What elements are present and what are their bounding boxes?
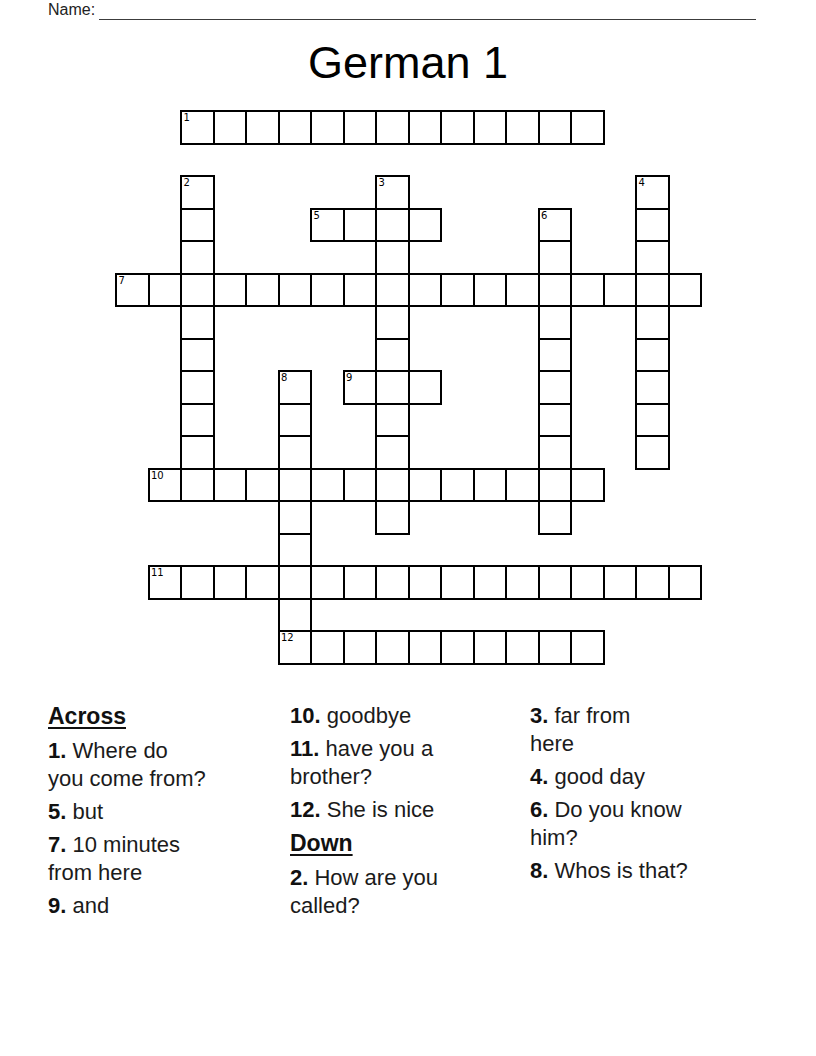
- clue-column-3: 3. far fromhere4. good day6. Do you know…: [530, 702, 788, 925]
- grid-cell-r4c16[interactable]: [635, 240, 670, 275]
- grid-cell-r7c16[interactable]: [635, 338, 670, 373]
- grid-cell-r14c3[interactable]: [213, 565, 248, 600]
- grid-cell-r5c10[interactable]: [440, 273, 475, 308]
- grid-cell-r14c12[interactable]: [505, 565, 540, 600]
- grid-cell-r3c2[interactable]: [180, 208, 215, 243]
- grid-cell-r8c8[interactable]: [375, 370, 410, 405]
- grid-cell-r5c11[interactable]: [473, 273, 508, 308]
- clue-line: 7. 10 minutes: [48, 831, 290, 859]
- grid-cell-r13c5[interactable]: [278, 533, 313, 568]
- grid-cell-r0c12[interactable]: [505, 110, 540, 145]
- clue-item-5: 5. but: [48, 798, 290, 826]
- grid-cell-r5c4[interactable]: [245, 273, 280, 308]
- grid-cell-r11c11[interactable]: [473, 468, 508, 503]
- grid-cell-r11c3[interactable]: [213, 468, 248, 503]
- clue-number-label: 11.: [290, 736, 319, 761]
- grid-number-8: 8: [281, 373, 287, 383]
- grid-cell-r9c8[interactable]: [375, 403, 410, 438]
- clue-number-label: 4.: [530, 764, 548, 789]
- grid-cell-r14c9[interactable]: [408, 565, 443, 600]
- grid-cell-r14c17[interactable]: [668, 565, 703, 600]
- clue-column-2: 10. goodbye11. have you abrother?12. She…: [290, 702, 530, 925]
- grid-cell-r6c2[interactable]: [180, 305, 215, 340]
- grid-cell-r14c8[interactable]: [375, 565, 410, 600]
- grid-cell-r5c1[interactable]: [148, 273, 183, 308]
- clue-item-4: 4. good day: [530, 763, 788, 791]
- clue-number-label: 12.: [290, 797, 321, 822]
- grid-cell-r0c11[interactable]: [473, 110, 508, 145]
- grid-cell-r9c2[interactable]: [180, 403, 215, 438]
- grid-cell-r5c16[interactable]: [635, 273, 670, 308]
- clue-item-11: 11. have you abrother?: [290, 735, 530, 791]
- grid-cell-r8c2[interactable]: [180, 370, 215, 405]
- clues-header-down: Down: [290, 829, 530, 858]
- grid-cell-r12c8[interactable]: [375, 500, 410, 535]
- grid-cell-r14c6[interactable]: [310, 565, 345, 600]
- grid-cell-r16c10[interactable]: [440, 630, 475, 665]
- clue-item-12: 12. She is nice: [290, 796, 530, 824]
- grid-cell-r7c13[interactable]: [538, 338, 573, 373]
- clue-item-9: 9. and: [48, 892, 290, 920]
- grid-cell-r14c4[interactable]: [245, 565, 280, 600]
- grid-cell-r16c14[interactable]: [570, 630, 605, 665]
- grid-number-5: 5: [314, 211, 320, 221]
- grid-cell-r9c5[interactable]: [278, 403, 313, 438]
- clue-line: 9. and: [48, 892, 290, 920]
- clue-line: 4. good day: [530, 763, 788, 791]
- grid-cell-r11c12[interactable]: [505, 468, 540, 503]
- grid-cell-r7c8[interactable]: [375, 338, 410, 373]
- clue-line: 3. far from: [530, 702, 788, 730]
- clue-item-10: 10. goodbye: [290, 702, 530, 730]
- clue-item-2: 2. How are youcalled?: [290, 864, 530, 920]
- grid-cell-r3c16[interactable]: [635, 208, 670, 243]
- grid-cell-r8c13[interactable]: [538, 370, 573, 405]
- clue-line: called?: [290, 892, 530, 920]
- grid-cell-r14c16[interactable]: [635, 565, 670, 600]
- clue-number-label: 5.: [48, 799, 66, 824]
- grid-cell-r0c10[interactable]: [440, 110, 475, 145]
- grid-number-10: 10: [151, 471, 164, 481]
- grid-cell-r16c9[interactable]: [408, 630, 443, 665]
- clue-item-8: 8. Whos is that?: [530, 857, 788, 885]
- grid-number-7: 7: [119, 276, 125, 286]
- grid-cell-r9c13[interactable]: [538, 403, 573, 438]
- grid-cell-r10c16[interactable]: [635, 435, 670, 470]
- grid-cell-r0c3[interactable]: [213, 110, 248, 145]
- clue-line: 2. How are you: [290, 864, 530, 892]
- clue-item-7: 7. 10 minutesfrom here: [48, 831, 290, 887]
- clue-number-label: 3.: [530, 703, 548, 728]
- grid-cell-r0c7[interactable]: [343, 110, 378, 145]
- grid-cell-r11c8[interactable]: [375, 468, 410, 503]
- clues-section: Across1. Where doyou come from?5. but7. …: [48, 702, 788, 925]
- grid-cell-r5c2[interactable]: [180, 273, 215, 308]
- clue-column-1: Across1. Where doyou come from?5. but7. …: [48, 702, 290, 925]
- grid-number-9: 9: [346, 373, 352, 383]
- grid-cell-r11c10[interactable]: [440, 468, 475, 503]
- grid-cell-r0c8[interactable]: [375, 110, 410, 145]
- grid-cell-r16c7[interactable]: [343, 630, 378, 665]
- grid-cell-r4c8[interactable]: [375, 240, 410, 275]
- grid-cell-r5c13[interactable]: [538, 273, 573, 308]
- worksheet-page: Name: German 1 123456789101112 Across1. …: [0, 0, 816, 1056]
- grid-number-2: 2: [184, 178, 190, 188]
- grid-cell-r6c13[interactable]: [538, 305, 573, 340]
- grid-number-1: 1: [184, 113, 190, 123]
- grid-cell-r5c6[interactable]: [310, 273, 345, 308]
- clue-line: 8. Whos is that?: [530, 857, 788, 885]
- grid-cell-r12c13[interactable]: [538, 500, 573, 535]
- clue-item-6: 6. Do you knowhim?: [530, 796, 788, 852]
- grid-cell-r16c6[interactable]: [310, 630, 345, 665]
- grid-cell-r5c17[interactable]: [668, 273, 703, 308]
- grid-number-12: 12: [281, 633, 294, 643]
- grid-cell-r0c13[interactable]: [538, 110, 573, 145]
- clue-number-label: 7.: [48, 832, 66, 857]
- grid-cell-r14c11[interactable]: [473, 565, 508, 600]
- grid-cell-r11c4[interactable]: [245, 468, 280, 503]
- grid-cell-r0c6[interactable]: [310, 110, 345, 145]
- clue-number-label: 1.: [48, 738, 66, 763]
- grid-cell-r3c8[interactable]: [375, 208, 410, 243]
- grid-cell-r10c2[interactable]: [180, 435, 215, 470]
- grid-number-4: 4: [639, 178, 645, 188]
- clue-item-1: 1. Where doyou come from?: [48, 737, 290, 793]
- clue-number-label: 6.: [530, 797, 548, 822]
- grid-cell-r5c14[interactable]: [570, 273, 605, 308]
- grid-cell-r0c14[interactable]: [570, 110, 605, 145]
- clue-number-label: 8.: [530, 858, 548, 883]
- grid-cell-r14c5[interactable]: [278, 565, 313, 600]
- grid-cell-r11c2[interactable]: [180, 468, 215, 503]
- clue-line: from here: [48, 859, 290, 887]
- grid-cell-r12c5[interactable]: [278, 500, 313, 535]
- grid-cell-r9c16[interactable]: [635, 403, 670, 438]
- grid-cell-r16c11[interactable]: [473, 630, 508, 665]
- grid-cell-r14c7[interactable]: [343, 565, 378, 600]
- grid-number-11: 11: [151, 568, 164, 578]
- grid-cell-r11c9[interactable]: [408, 468, 443, 503]
- grid-cell-r0c4[interactable]: [245, 110, 280, 145]
- clue-line: you come from?: [48, 765, 290, 793]
- grid-number-6: 6: [541, 211, 547, 221]
- grid-cell-r5c15[interactable]: [603, 273, 638, 308]
- grid-cell-r10c13[interactable]: [538, 435, 573, 470]
- clue-line: 6. Do you know: [530, 796, 788, 824]
- clue-item-3: 3. far fromhere: [530, 702, 788, 758]
- grid-cell-r14c15[interactable]: [603, 565, 638, 600]
- grid-cell-r0c9[interactable]: [408, 110, 443, 145]
- name-label: Name:: [48, 1, 95, 19]
- clue-line: 11. have you a: [290, 735, 530, 763]
- clue-line: 1. Where do: [48, 737, 290, 765]
- grid-cell-r4c13[interactable]: [538, 240, 573, 275]
- clue-line: 10. goodbye: [290, 702, 530, 730]
- grid-cell-r11c14[interactable]: [570, 468, 605, 503]
- clues-header-across: Across: [48, 702, 290, 731]
- grid-cell-r16c13[interactable]: [538, 630, 573, 665]
- clue-line: brother?: [290, 763, 530, 791]
- grid-cell-r11c7[interactable]: [343, 468, 378, 503]
- clue-number-label: 9.: [48, 893, 66, 918]
- grid-cell-r15c5[interactable]: [278, 598, 313, 633]
- grid-cell-r14c2[interactable]: [180, 565, 215, 600]
- grid-cell-r5c3[interactable]: [213, 273, 248, 308]
- grid-cell-r7c2[interactable]: [180, 338, 215, 373]
- grid-cell-r5c7[interactable]: [343, 273, 378, 308]
- clue-line: here: [530, 730, 788, 758]
- grid-cell-r0c5[interactable]: [278, 110, 313, 145]
- grid-cell-r6c16[interactable]: [635, 305, 670, 340]
- grid-cell-r5c8[interactable]: [375, 273, 410, 308]
- grid-cell-r14c10[interactable]: [440, 565, 475, 600]
- clue-line: him?: [530, 824, 788, 852]
- page-title: German 1: [0, 37, 816, 89]
- clue-number-label: 10.: [290, 703, 321, 728]
- grid-cell-r16c12[interactable]: [505, 630, 540, 665]
- grid-cell-r8c16[interactable]: [635, 370, 670, 405]
- clue-line: 12. She is nice: [290, 796, 530, 824]
- grid-cell-r6c8[interactable]: [375, 305, 410, 340]
- name-blank-line[interactable]: [99, 19, 756, 20]
- grid-cell-r3c7[interactable]: [343, 208, 378, 243]
- grid-cell-r10c8[interactable]: [375, 435, 410, 470]
- grid-cell-r11c13[interactable]: [538, 468, 573, 503]
- clue-number-label: 2.: [290, 865, 308, 890]
- grid-cell-r10c5[interactable]: [278, 435, 313, 470]
- crossword-grid: 123456789101112: [115, 110, 702, 665]
- grid-number-3: 3: [379, 178, 385, 188]
- grid-cell-r11c5[interactable]: [278, 468, 313, 503]
- grid-cell-r8c9[interactable]: [408, 370, 443, 405]
- grid-cell-r14c14[interactable]: [570, 565, 605, 600]
- grid-cell-r5c9[interactable]: [408, 273, 443, 308]
- grid-cell-r14c13[interactable]: [538, 565, 573, 600]
- grid-cell-r5c12[interactable]: [505, 273, 540, 308]
- grid-cell-r16c8[interactable]: [375, 630, 410, 665]
- grid-cell-r3c9[interactable]: [408, 208, 443, 243]
- grid-cell-r11c6[interactable]: [310, 468, 345, 503]
- grid-cell-r5c5[interactable]: [278, 273, 313, 308]
- grid-cell-r4c2[interactable]: [180, 240, 215, 275]
- clue-line: 5. but: [48, 798, 290, 826]
